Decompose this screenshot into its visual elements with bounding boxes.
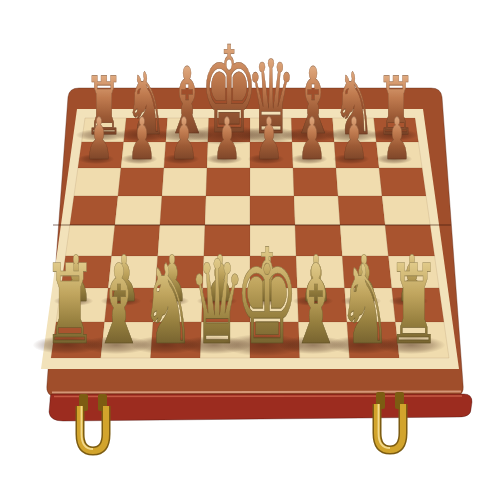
chess-set-photo: ♜♞♝♚♛♝♞♜♟♟♟♟♟♟♟♟♟♟♟♟♟♟♟♟♜♝♞♛♚♝♞♜ <box>0 0 500 500</box>
piece-copper-pawn-h7: ♟ <box>371 110 423 168</box>
pawn-glyph: ♟ <box>383 110 411 168</box>
pawn-glyph: ♟ <box>255 110 283 168</box>
piece-brass-rook-h1: ♜ <box>365 250 464 360</box>
pawn-glyph: ♟ <box>340 110 368 168</box>
pawn-glyph: ♟ <box>298 110 326 168</box>
pawn-glyph: ♟ <box>85 110 113 168</box>
rook-glyph: ♜ <box>387 250 440 360</box>
pieces-layer: ♜♞♝♚♛♝♞♜♟♟♟♟♟♟♟♟♟♟♟♟♟♟♟♟♜♝♞♛♚♝♞♜ <box>0 0 500 500</box>
pawn-glyph: ♟ <box>128 110 156 168</box>
pawn-glyph: ♟ <box>170 110 198 168</box>
pawn-glyph: ♟ <box>213 110 241 168</box>
